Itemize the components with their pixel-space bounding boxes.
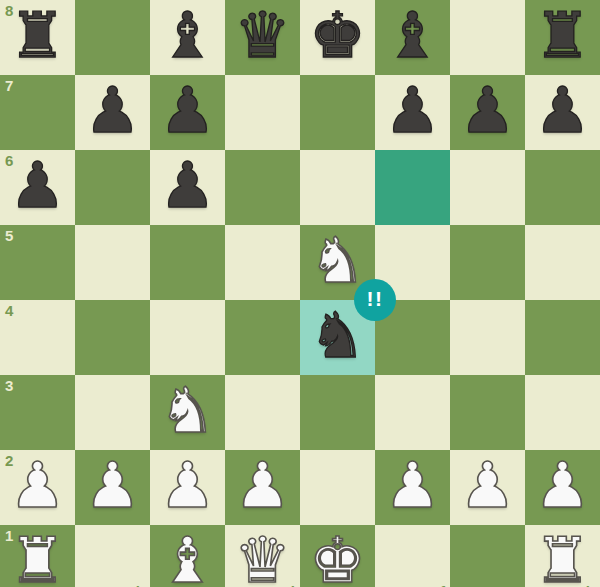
square-d7[interactable] [225,75,300,150]
square-c1[interactable]: c♝ [150,525,225,587]
square-a6[interactable]: 6♟ [0,150,75,225]
square-c3[interactable]: ♞ [150,375,225,450]
square-d5[interactable] [225,225,300,300]
piece-black-pawn[interactable]: ♟ [150,75,225,150]
piece-white-rook[interactable]: ♜ [0,525,75,587]
square-e8[interactable]: ♚ [300,0,375,75]
square-a4[interactable]: 4 [0,300,75,375]
square-b8[interactable] [75,0,150,75]
piece-black-pawn[interactable]: ♟ [150,150,225,225]
square-f2[interactable]: ♟ [375,450,450,525]
square-d4[interactable] [225,300,300,375]
square-h5[interactable] [525,225,600,300]
file-label-g: g [511,583,520,587]
piece-black-pawn[interactable]: ♟ [0,150,75,225]
piece-black-pawn[interactable]: ♟ [450,75,525,150]
square-h8[interactable]: ♜ [525,0,600,75]
square-c4[interactable] [150,300,225,375]
square-g7[interactable]: ♟ [450,75,525,150]
square-g3[interactable] [450,375,525,450]
square-f6[interactable] [375,150,450,225]
square-h2[interactable]: ♟ [525,450,600,525]
square-d6[interactable] [225,150,300,225]
file-label-f: f [440,583,445,587]
square-f7[interactable]: ♟ [375,75,450,150]
square-g2[interactable]: ♟ [450,450,525,525]
square-b6[interactable] [75,150,150,225]
piece-white-king[interactable]: ♚ [300,525,375,587]
square-g4[interactable] [450,300,525,375]
piece-black-king[interactable]: ♚ [300,0,375,75]
piece-white-pawn[interactable]: ♟ [150,450,225,525]
piece-white-queen[interactable]: ♛ [225,525,300,587]
square-b7[interactable]: ♟ [75,75,150,150]
piece-black-pawn[interactable]: ♟ [375,75,450,150]
square-f8[interactable]: ♝ [375,0,450,75]
piece-black-rook[interactable]: ♜ [525,0,600,75]
piece-white-pawn[interactable]: ♟ [375,450,450,525]
rank-label-7: 7 [5,77,13,94]
square-e2[interactable] [300,450,375,525]
square-g5[interactable] [450,225,525,300]
brilliant-move-badge: !! [354,279,396,321]
piece-white-pawn[interactable]: ♟ [450,450,525,525]
rank-label-3: 3 [5,377,13,394]
piece-white-pawn[interactable]: ♟ [0,450,75,525]
square-c6[interactable]: ♟ [150,150,225,225]
square-f3[interactable] [375,375,450,450]
square-c2[interactable]: ♟ [150,450,225,525]
square-g6[interactable] [450,150,525,225]
piece-white-pawn[interactable]: ♟ [75,450,150,525]
square-e6[interactable] [300,150,375,225]
square-a3[interactable]: 3 [0,375,75,450]
square-f1[interactable]: f [375,525,450,587]
square-c7[interactable]: ♟ [150,75,225,150]
piece-black-pawn[interactable]: ♟ [75,75,150,150]
square-g8[interactable] [450,0,525,75]
square-e1[interactable]: e♚ [300,525,375,587]
square-g1[interactable]: g [450,525,525,587]
square-d1[interactable]: d♛ [225,525,300,587]
square-d3[interactable] [225,375,300,450]
square-b2[interactable]: ♟ [75,450,150,525]
square-h6[interactable] [525,150,600,225]
square-a5[interactable]: 5 [0,225,75,300]
square-b4[interactable] [75,300,150,375]
square-b1[interactable]: b [75,525,150,587]
piece-black-rook[interactable]: ♜ [0,0,75,75]
piece-white-pawn[interactable]: ♟ [225,450,300,525]
piece-black-bishop[interactable]: ♝ [375,0,450,75]
square-b5[interactable] [75,225,150,300]
piece-white-pawn[interactable]: ♟ [525,450,600,525]
piece-white-bishop[interactable]: ♝ [150,525,225,587]
square-e3[interactable] [300,375,375,450]
square-a1[interactable]: 1a♜ [0,525,75,587]
square-h1[interactable]: h♜ [525,525,600,587]
rank-label-4: 4 [5,302,13,319]
square-h7[interactable]: ♟ [525,75,600,150]
square-a2[interactable]: 2♟ [0,450,75,525]
square-d2[interactable]: ♟ [225,450,300,525]
piece-black-queen[interactable]: ♛ [225,0,300,75]
square-b3[interactable] [75,375,150,450]
square-c8[interactable]: ♝ [150,0,225,75]
file-label-b: b [136,583,145,587]
square-c5[interactable] [150,225,225,300]
square-h4[interactable] [525,300,600,375]
piece-black-pawn[interactable]: ♟ [525,75,600,150]
piece-black-bishop[interactable]: ♝ [150,0,225,75]
piece-white-knight[interactable]: ♞ [150,375,225,450]
square-d8[interactable]: ♛ [225,0,300,75]
square-a7[interactable]: 7 [0,75,75,150]
piece-white-rook[interactable]: ♜ [525,525,600,587]
chess-board[interactable]: 8♜♝♛♚♝♜7♟♟♟♟♟6♟♟5♞4♞3♞2♟♟♟♟♟♟♟1a♜bc♝d♛e♚… [0,0,600,587]
rank-label-5: 5 [5,227,13,244]
square-e7[interactable] [300,75,375,150]
square-a8[interactable]: 8♜ [0,0,75,75]
square-h3[interactable] [525,375,600,450]
